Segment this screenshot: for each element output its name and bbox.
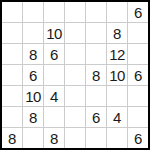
cell-r5c4[interactable]	[65, 86, 85, 106]
cell-r7c2[interactable]	[23, 128, 43, 148]
cell-r3c6-clue: 12	[107, 44, 127, 64]
cell-r4c3[interactable]	[44, 65, 64, 85]
cell-r2c3-clue: 10	[44, 23, 64, 43]
cell-r2c2[interactable]	[23, 23, 43, 43]
cell-r5c2-clue: 10	[23, 86, 43, 106]
cell-r4c7-clue: 6	[128, 65, 148, 85]
cell-r5c3-clue: 4	[44, 86, 64, 106]
cell-r3c4[interactable]	[65, 44, 85, 64]
cell-r1c5[interactable]	[86, 2, 106, 22]
cell-r3c5[interactable]	[86, 44, 106, 64]
cell-r6c1[interactable]	[2, 107, 22, 127]
cell-r6c4[interactable]	[65, 107, 85, 127]
cell-r5c6[interactable]	[107, 86, 127, 106]
cell-r2c5[interactable]	[86, 23, 106, 43]
cell-r2c6-clue: 8	[107, 23, 127, 43]
cell-r2c4[interactable]	[65, 23, 85, 43]
cell-r4c6-clue: 10	[107, 65, 127, 85]
cell-r3c7[interactable]	[128, 44, 148, 64]
cell-r5c1[interactable]	[2, 86, 22, 106]
cell-r6c5-clue: 6	[86, 107, 106, 127]
cell-r4c2-clue: 6	[23, 65, 43, 85]
cell-r1c1[interactable]	[2, 2, 22, 22]
cell-r1c7-clue: 6	[128, 2, 148, 22]
cell-r6c6-clue: 4	[107, 107, 127, 127]
cell-r2c1[interactable]	[2, 23, 22, 43]
cell-r1c3[interactable]	[44, 2, 64, 22]
cell-r7c1-clue: 8	[2, 128, 22, 148]
cell-r4c5-clue: 8	[86, 65, 106, 85]
cell-r7c5[interactable]	[86, 128, 106, 148]
cell-r1c6[interactable]	[107, 2, 127, 22]
cell-r7c3-clue: 8	[44, 128, 64, 148]
puzzle-board: 6108861268106104864886	[0, 0, 150, 150]
cell-r3c1[interactable]	[2, 44, 22, 64]
cell-r2c7[interactable]	[128, 23, 148, 43]
cell-r7c6[interactable]	[107, 128, 127, 148]
cell-r3c2-clue: 8	[23, 44, 43, 64]
cell-r6c7[interactable]	[128, 107, 148, 127]
cell-r4c4[interactable]	[65, 65, 85, 85]
cell-r7c4[interactable]	[65, 128, 85, 148]
cell-r7c7-clue: 6	[128, 128, 148, 148]
cell-r3c3-clue: 6	[44, 44, 64, 64]
cell-r6c2-clue: 8	[23, 107, 43, 127]
cell-r5c7[interactable]	[128, 86, 148, 106]
cell-r4c1[interactable]	[2, 65, 22, 85]
cell-r1c4[interactable]	[65, 2, 85, 22]
cell-r1c2[interactable]	[23, 2, 43, 22]
cell-r6c3[interactable]	[44, 107, 64, 127]
cell-r5c5[interactable]	[86, 86, 106, 106]
